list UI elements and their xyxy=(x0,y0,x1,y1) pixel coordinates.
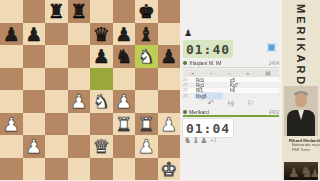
square-c6[interactable] xyxy=(45,45,68,68)
bottom-player-clock: 01:04 xyxy=(183,119,233,137)
square-c1[interactable] xyxy=(45,158,68,181)
white-pawn-piece: ♟ xyxy=(23,135,46,158)
square-b1[interactable] xyxy=(23,158,46,181)
square-d6[interactable] xyxy=(68,45,91,68)
white-move[interactable]: Rg1 xyxy=(196,83,222,88)
square-a7[interactable]: ♟ xyxy=(0,23,23,46)
square-d7[interactable] xyxy=(68,23,91,46)
online-dot-icon xyxy=(183,61,187,65)
bottom-player-row[interactable]: Merikard 2402 xyxy=(183,108,279,117)
white-pawn-piece: ♟ xyxy=(0,113,23,136)
white-rook-piece: ♜ xyxy=(135,113,158,136)
move-number: 21 xyxy=(183,83,192,87)
black-move[interactable]: h6 xyxy=(230,88,256,93)
white-queen-piece: ♛ xyxy=(90,135,113,158)
white-pawn-piece: ♟ xyxy=(135,135,158,158)
black-king-piece: ♚ xyxy=(135,0,158,23)
square-a8[interactable] xyxy=(0,0,23,23)
square-d2[interactable] xyxy=(68,135,91,158)
move-row: 23Nxg6 xyxy=(183,93,279,98)
square-b7[interactable]: ♟ xyxy=(23,23,46,46)
decor-piece-silhouette: ♟ xyxy=(310,167,318,180)
decor-piece-silhouette: ♟ xyxy=(288,165,300,180)
move-list: 20Rd1g521Rg1Kg722Rf1h623Nxg6 xyxy=(183,77,279,99)
square-b8[interactable] xyxy=(23,0,46,23)
black-rook-piece: ♜ xyxy=(45,0,68,23)
white-pawn-piece: ♟ xyxy=(68,90,91,113)
top-player-name: Xfaqlani M. IM xyxy=(189,60,254,65)
square-f8[interactable] xyxy=(113,0,136,23)
square-g1[interactable] xyxy=(135,158,158,181)
white-pawn-piece: ♟ xyxy=(158,113,181,136)
black-move[interactable]: g5 xyxy=(230,77,256,82)
host-name: Rikard Medančić xyxy=(289,138,313,142)
square-a4[interactable] xyxy=(0,90,23,113)
square-f4[interactable]: ♟ xyxy=(113,90,136,113)
square-f3[interactable]: ♜ xyxy=(113,113,136,136)
captured-pieces-row: ♞♝♟ +1 xyxy=(184,136,280,145)
host-photo xyxy=(284,86,318,136)
move-number: 20 xyxy=(183,78,192,82)
white-knight-piece: ♞ xyxy=(135,45,158,68)
square-d5[interactable] xyxy=(68,68,91,91)
move-number: 22 xyxy=(183,88,192,92)
square-f7[interactable]: ♟ xyxy=(113,23,136,46)
square-c8[interactable]: ♜ xyxy=(45,0,68,23)
square-c5[interactable] xyxy=(45,68,68,91)
square-e4[interactable]: ♞ xyxy=(90,90,113,113)
black-pawn-piece: ♟ xyxy=(90,45,113,68)
top-player-rating: 2494 xyxy=(268,61,279,66)
black-move[interactable]: Kg7 xyxy=(230,83,256,88)
square-a5[interactable] xyxy=(0,68,23,91)
square-h8[interactable] xyxy=(158,0,181,23)
square-h4[interactable] xyxy=(158,90,181,113)
square-h6[interactable]: ♟ xyxy=(158,45,181,68)
prev-move-button[interactable]: ‹ xyxy=(210,69,212,77)
square-g5[interactable] xyxy=(135,68,158,91)
square-g3[interactable]: ♜ xyxy=(135,113,158,136)
square-h3[interactable]: ♟ xyxy=(158,113,181,136)
top-player-clock: 01:40 xyxy=(183,40,233,58)
square-d3[interactable] xyxy=(68,113,91,136)
stream-sidebar: MERIKARD Šah Rikard Medančić Međunarodni… xyxy=(282,0,320,180)
white-move[interactable]: Nxg6 xyxy=(196,94,222,99)
board-menu-button[interactable]: ▤ xyxy=(265,69,271,77)
square-f5[interactable] xyxy=(113,68,136,91)
black-pawn-piece: ♟ xyxy=(158,45,181,68)
draw-offer-button[interactable]: ½ xyxy=(227,99,234,108)
square-e6[interactable]: ♟ xyxy=(90,45,113,68)
square-g7[interactable]: ♝ xyxy=(135,23,158,46)
chess-board[interactable]: ♜♜♚♟♟♛♟♝♟♞♞♟♟♞♟♟♜♜♟♟♛♟♚ xyxy=(0,0,180,180)
first-move-button[interactable]: « xyxy=(191,69,194,77)
resign-flag-button[interactable]: ⚐ xyxy=(247,99,254,108)
square-a1[interactable] xyxy=(0,158,23,181)
square-h1[interactable]: ♚ xyxy=(158,158,181,181)
white-rook-piece: ♜ xyxy=(113,113,136,136)
square-g6[interactable]: ♞ xyxy=(135,45,158,68)
online-dot-icon xyxy=(183,110,187,114)
square-g4[interactable] xyxy=(135,90,158,113)
banner-title: MERIKARD xyxy=(295,4,307,87)
square-b2[interactable]: ♟ xyxy=(23,135,46,158)
move-number: 23 xyxy=(183,94,192,98)
square-d1[interactable] xyxy=(68,158,91,181)
material-advantage: +1 xyxy=(210,138,217,144)
white-move[interactable]: Rf1 xyxy=(196,88,222,93)
square-e7[interactable]: ♛ xyxy=(90,23,113,46)
square-d8[interactable]: ♜ xyxy=(68,0,91,23)
photo-face xyxy=(295,93,307,107)
square-b5[interactable] xyxy=(23,68,46,91)
white-move[interactable]: Rd1 xyxy=(196,77,222,82)
square-a6[interactable] xyxy=(0,45,23,68)
bottom-player-rating: 2402 xyxy=(268,109,279,114)
square-h2[interactable] xyxy=(158,135,181,158)
white-knight-piece: ♞ xyxy=(90,90,113,113)
square-a3[interactable]: ♟ xyxy=(0,113,23,136)
black-rook-piece: ♜ xyxy=(68,0,91,23)
square-c7[interactable] xyxy=(45,23,68,46)
black-queen-piece: ♛ xyxy=(90,23,113,46)
black-pawn-piece: ♟ xyxy=(23,23,46,46)
square-f2[interactable] xyxy=(113,135,136,158)
host-title-line1: Međunarodni majstor xyxy=(292,143,311,146)
black-pawn-piece: ♟ xyxy=(0,23,23,46)
square-h5[interactable] xyxy=(158,68,181,91)
move-nav-toolbar: « ‹ › » ▤ xyxy=(183,69,279,77)
square-c2[interactable] xyxy=(45,135,68,158)
host-title-line2: FIDE Trener xyxy=(292,148,311,151)
square-b4[interactable] xyxy=(23,90,46,113)
square-c3[interactable] xyxy=(45,113,68,136)
square-b6[interactable] xyxy=(23,45,46,68)
game-action-buttons: ↶ ½ ⚐ xyxy=(183,99,279,108)
analysis-icon[interactable] xyxy=(267,43,276,52)
square-f6[interactable]: ♞ xyxy=(113,45,136,68)
bottom-player-name: Merikard xyxy=(189,109,254,114)
square-e8[interactable] xyxy=(90,0,113,23)
square-g2[interactable]: ♟ xyxy=(135,135,158,158)
black-knight-piece: ♞ xyxy=(113,45,136,68)
black-pawn-turn-icon: ♟ xyxy=(184,29,192,38)
chess-pieces-photo: ♟♞♟ xyxy=(284,162,318,180)
square-e1[interactable] xyxy=(90,158,113,181)
square-a2[interactable] xyxy=(0,135,23,158)
square-f1[interactable] xyxy=(113,158,136,181)
black-bishop-piece: ♝ xyxy=(135,23,158,46)
game-panel: ♟ 01:40 Xfaqlani M. IM 2494 « ‹ › » ▤ 20… xyxy=(180,0,282,180)
next-move-button[interactable]: › xyxy=(228,69,230,77)
last-move-button[interactable]: » xyxy=(246,69,249,77)
captured-pieces: ♞♝♟ xyxy=(184,136,209,145)
square-d4[interactable]: ♟ xyxy=(68,90,91,113)
square-g8[interactable]: ♚ xyxy=(135,0,158,23)
square-c4[interactable] xyxy=(45,90,68,113)
top-player-row[interactable]: Xfaqlani M. IM 2494 xyxy=(183,59,279,68)
white-king-piece: ♚ xyxy=(158,158,181,181)
host-caption: Rikard Medančić Međunarodni majstor FIDE… xyxy=(284,136,318,162)
square-e3[interactable] xyxy=(90,113,113,136)
square-e5[interactable] xyxy=(90,68,113,91)
black-pawn-piece: ♟ xyxy=(113,23,136,46)
square-b3[interactable] xyxy=(23,113,46,136)
white-pawn-piece: ♟ xyxy=(113,90,136,113)
square-h7[interactable] xyxy=(158,23,181,46)
square-e2[interactable]: ♛ xyxy=(90,135,113,158)
takeback-button[interactable]: ↶ xyxy=(208,99,215,108)
